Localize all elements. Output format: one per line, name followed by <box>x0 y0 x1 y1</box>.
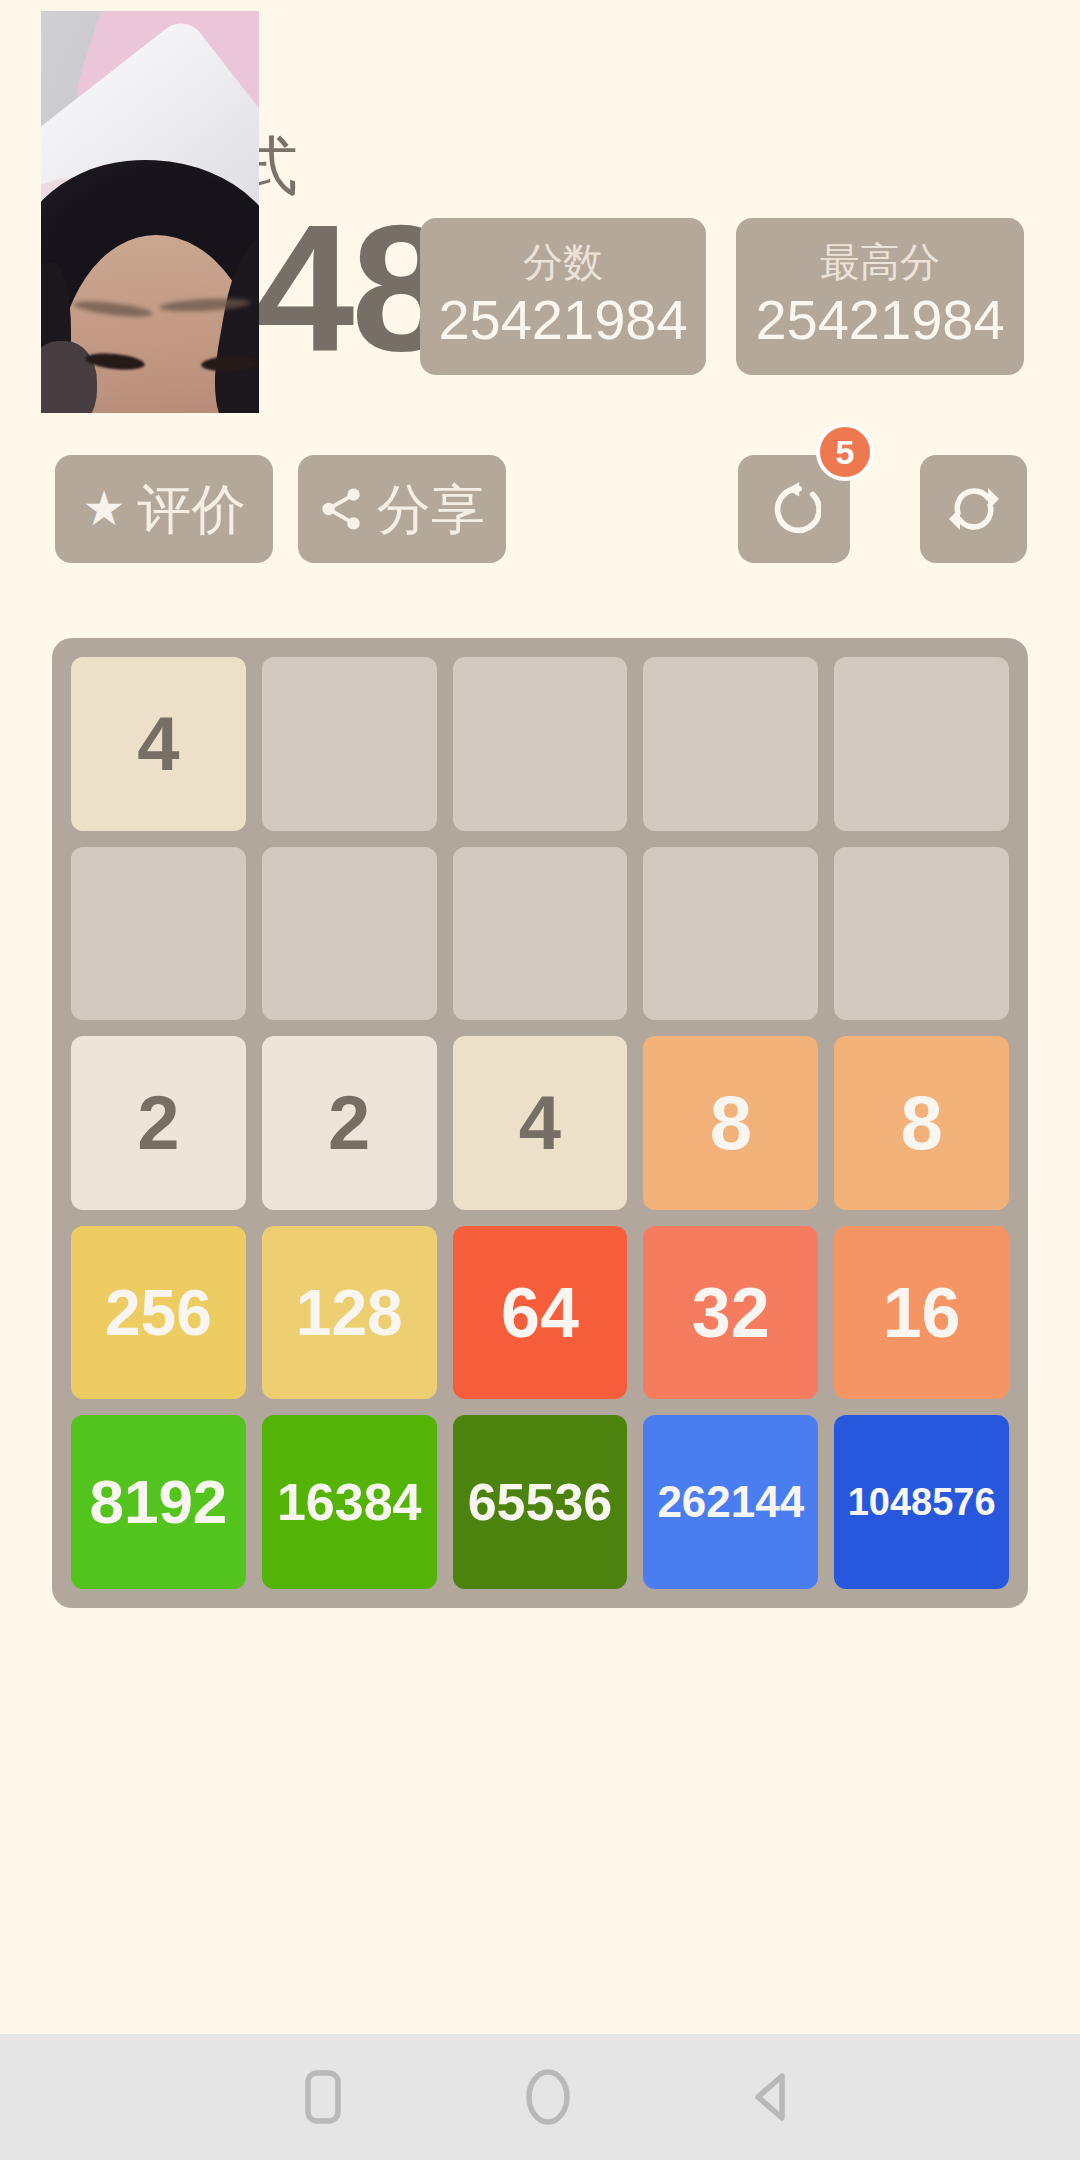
empty-cell <box>834 847 1009 1021</box>
rate-button-label: 评价 <box>138 482 246 536</box>
tile-256: 256 <box>71 1226 246 1400</box>
share-button-label: 分享 <box>377 482 485 536</box>
app-screen: 2048 式 分数 25421984 最高分 25421984 ★ 评价 分享 <box>0 0 1080 2160</box>
empty-cell <box>262 657 437 831</box>
tile-32: 32 <box>643 1226 818 1400</box>
empty-cell <box>834 657 1009 831</box>
star-icon: ★ <box>82 485 125 533</box>
best-score-label: 最高分 <box>820 240 940 284</box>
tile-2: 2 <box>71 1036 246 1210</box>
empty-cell <box>71 847 246 1021</box>
share-nodes-icon <box>319 486 365 532</box>
restart-button[interactable] <box>920 455 1027 563</box>
home-circle-icon[interactable] <box>525 2068 571 2126</box>
tile-1048576: 1048576 <box>834 1415 1009 1589</box>
back-triangle-icon[interactable] <box>749 2069 795 2125</box>
tile-128: 128 <box>262 1226 437 1400</box>
score-value: 25421984 <box>438 288 687 352</box>
tile-64: 64 <box>453 1226 628 1400</box>
refresh-icon <box>948 483 1000 535</box>
rate-button[interactable]: ★ 评价 <box>55 455 273 563</box>
empty-cell <box>643 847 818 1021</box>
tile-262144: 262144 <box>643 1415 818 1589</box>
tile-8: 8 <box>834 1036 1009 1210</box>
best-score-box: 最高分 25421984 <box>736 218 1024 375</box>
score-label: 分数 <box>523 240 603 284</box>
share-button[interactable]: 分享 <box>298 455 506 563</box>
tile-4: 4 <box>71 657 246 831</box>
best-score-value: 25421984 <box>755 288 1004 352</box>
camera-preview[interactable] <box>41 11 259 413</box>
empty-cell <box>643 657 818 831</box>
empty-cell <box>453 847 628 1021</box>
empty-cell <box>262 847 437 1021</box>
tile-8192: 8192 <box>71 1415 246 1589</box>
tile-8: 8 <box>643 1036 818 1210</box>
undo-count-badge: 5 <box>816 423 874 481</box>
tile-65536: 65536 <box>453 1415 628 1589</box>
tile-2: 2 <box>262 1036 437 1210</box>
recents-square-icon[interactable] <box>300 2069 346 2125</box>
tile-4: 4 <box>453 1036 628 1210</box>
undo-arrow-icon <box>767 482 821 536</box>
android-nav-bar <box>0 2034 1080 2160</box>
tile-16: 16 <box>834 1226 1009 1400</box>
board[interactable]: 4224882561286432168192163846553626214410… <box>52 638 1028 1608</box>
empty-cell <box>453 657 628 831</box>
tile-16384: 16384 <box>262 1415 437 1589</box>
score-box: 分数 25421984 <box>420 218 706 375</box>
